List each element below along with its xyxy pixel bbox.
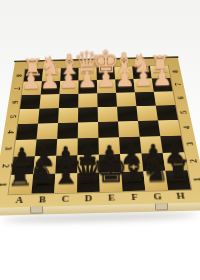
square-h4 — [158, 120, 181, 136]
square-b7: ♟ — [41, 81, 61, 95]
rank-label-left-6: 6 — [4, 97, 24, 107]
square-f5 — [117, 106, 138, 121]
board-grid: ♜♞♝♛♚♝♞♜♟♟♟♟♟♟♟♟♟♟♟♟♟♟♟♟♜♞♝♛♚♝♞♜ — [9, 66, 191, 195]
square-b4 — [37, 123, 58, 139]
square-g5 — [136, 106, 158, 121]
square-e6 — [97, 93, 117, 107]
square-d5 — [78, 107, 98, 122]
square-a4 — [16, 124, 38, 140]
chess-set-photo: ABCDEFGH ABCDEFGH 87654321 87654321 ♜♞♝♛… — [0, 0, 200, 280]
file-label-far-g: G — [131, 58, 150, 66]
file-label-far-a: A — [25, 61, 44, 69]
square-b6 — [39, 94, 59, 109]
file-label-near-f: F — [123, 191, 147, 205]
rank-label-right-8: 8 — [165, 67, 185, 76]
file-label-far-b: B — [43, 61, 61, 69]
square-g6 — [135, 92, 156, 106]
file-label-near-e: E — [100, 191, 124, 205]
rank-label-right-6: 6 — [170, 93, 191, 103]
file-label-far-c: C — [61, 60, 79, 68]
rank-label-left-5: 5 — [2, 112, 23, 122]
file-label-near-g: G — [145, 190, 170, 204]
square-d6 — [78, 93, 97, 108]
black-rook: ♜ — [165, 156, 192, 186]
square-c5 — [58, 108, 78, 123]
file-label-far-f: F — [114, 59, 132, 67]
square-e4 — [98, 121, 119, 137]
square-c4 — [57, 123, 78, 139]
square-g4 — [138, 120, 160, 136]
square-h1: ♜ — [165, 170, 191, 190]
file-label-near-b: B — [30, 193, 54, 207]
square-e5 — [98, 107, 118, 122]
square-d4 — [78, 122, 99, 138]
rank-label-right-5: 5 — [172, 107, 194, 117]
rank-label-right-7: 7 — [167, 80, 187, 89]
square-c6 — [59, 94, 79, 109]
chess-board: ABCDEFGH ABCDEFGH 87654321 87654321 ♜♞♝♛… — [0, 58, 200, 208]
square-d7: ♟ — [78, 80, 97, 94]
square-f4 — [118, 121, 140, 137]
rank-label-left-8: 8 — [9, 71, 28, 80]
file-label-far-h: H — [149, 58, 168, 66]
file-label-near-h: H — [168, 189, 193, 203]
file-label-near-a: A — [7, 194, 32, 208]
file-label-near-c: C — [54, 192, 77, 206]
file-label-near-d: D — [77, 192, 100, 206]
rank-label-left-7: 7 — [7, 84, 27, 93]
square-b5 — [38, 108, 59, 123]
square-e7: ♟ — [97, 79, 116, 93]
square-g7: ♟ — [134, 78, 154, 92]
square-c7: ♟ — [60, 80, 79, 94]
square-f6 — [116, 92, 136, 106]
square-f7: ♟ — [115, 79, 135, 93]
file-label-far-d: D — [79, 60, 97, 68]
file-label-far-e: E — [96, 59, 114, 67]
